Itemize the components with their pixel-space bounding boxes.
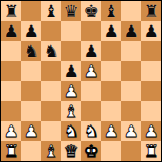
- piece-white-pawn: ♟: [3, 121, 18, 141]
- piece-black-bishop: ♝: [103, 1, 118, 21]
- piece-white-king: ♚: [83, 141, 98, 161]
- square-h3[interactable]: [141, 101, 161, 121]
- square-e1[interactable]: ♚: [81, 141, 101, 161]
- piece-white-pawn: ♟: [143, 121, 158, 141]
- piece-black-knight: ♞: [43, 41, 58, 61]
- piece-black-pawn: ♟: [103, 21, 118, 41]
- square-h2[interactable]: ♟: [141, 121, 161, 141]
- square-b3[interactable]: [21, 101, 41, 121]
- square-h6[interactable]: [141, 41, 161, 61]
- piece-black-pawn: ♟: [123, 21, 138, 41]
- square-c6[interactable]: ♞: [41, 41, 61, 61]
- square-b1[interactable]: [21, 141, 41, 161]
- square-f7[interactable]: ♟: [101, 21, 121, 41]
- square-a4[interactable]: [1, 81, 21, 101]
- piece-white-bishop: ♝: [63, 101, 78, 121]
- square-f6[interactable]: [101, 41, 121, 61]
- piece-white-pawn: ♟: [63, 81, 78, 101]
- square-g3[interactable]: [121, 101, 141, 121]
- square-d6[interactable]: [61, 41, 81, 61]
- square-b5[interactable]: [21, 61, 41, 81]
- square-f5[interactable]: [101, 61, 121, 81]
- piece-white-pawn: ♟: [83, 61, 98, 81]
- piece-black-pawn: ♟: [23, 21, 38, 41]
- square-f4[interactable]: [101, 81, 121, 101]
- square-b4[interactable]: [21, 81, 41, 101]
- square-c8[interactable]: ♝: [41, 1, 61, 21]
- piece-black-rook: ♜: [3, 1, 18, 21]
- square-c5[interactable]: [41, 61, 61, 81]
- square-a8[interactable]: ♜: [1, 1, 21, 21]
- square-h7[interactable]: ♟: [141, 21, 161, 41]
- square-e4[interactable]: [81, 81, 101, 101]
- square-a7[interactable]: ♟: [1, 21, 21, 41]
- square-c2[interactable]: [41, 121, 61, 141]
- square-b6[interactable]: ♞: [21, 41, 41, 61]
- square-f2[interactable]: ♟: [101, 121, 121, 141]
- square-a1[interactable]: ♜: [1, 141, 21, 161]
- square-d5[interactable]: ♟: [61, 61, 81, 81]
- square-g1[interactable]: [121, 141, 141, 161]
- square-d8[interactable]: ♛: [61, 1, 81, 21]
- square-e6[interactable]: ♟: [81, 41, 101, 61]
- square-e5[interactable]: ♟: [81, 61, 101, 81]
- square-f1[interactable]: [101, 141, 121, 161]
- square-e3[interactable]: [81, 101, 101, 121]
- piece-black-bishop: ♝: [43, 1, 58, 21]
- square-a2[interactable]: ♟: [1, 121, 21, 141]
- square-a6[interactable]: [1, 41, 21, 61]
- square-d7[interactable]: [61, 21, 81, 41]
- square-c1[interactable]: ♝: [41, 141, 61, 161]
- square-c3[interactable]: [41, 101, 61, 121]
- square-h8[interactable]: ♜: [141, 1, 161, 21]
- square-b7[interactable]: ♟: [21, 21, 41, 41]
- piece-white-knight: ♞: [63, 121, 78, 141]
- square-d1[interactable]: ♛: [61, 141, 81, 161]
- chess-board: ♜♝♛♚♝♜♟♟♟♟♟♞♞♟♟♟♟♝♟♟♞♞♟♟♟♜♝♛♚♜: [0, 0, 162, 162]
- piece-white-queen: ♛: [63, 141, 78, 161]
- square-h5[interactable]: [141, 61, 161, 81]
- piece-black-pawn: ♟: [83, 41, 98, 61]
- piece-black-rook: ♜: [143, 1, 158, 21]
- square-g6[interactable]: [121, 41, 141, 61]
- square-d3[interactable]: ♝: [61, 101, 81, 121]
- piece-black-pawn: ♟: [3, 21, 18, 41]
- square-f8[interactable]: ♝: [101, 1, 121, 21]
- square-d4[interactable]: ♟: [61, 81, 81, 101]
- piece-white-pawn: ♟: [103, 121, 118, 141]
- square-e7[interactable]: [81, 21, 101, 41]
- piece-white-pawn: ♟: [123, 121, 138, 141]
- square-g2[interactable]: ♟: [121, 121, 141, 141]
- square-g5[interactable]: [121, 61, 141, 81]
- square-d2[interactable]: ♞: [61, 121, 81, 141]
- square-a5[interactable]: [1, 61, 21, 81]
- piece-black-pawn: ♟: [63, 61, 78, 81]
- square-h4[interactable]: [141, 81, 161, 101]
- piece-black-pawn: ♟: [143, 21, 158, 41]
- piece-black-knight: ♞: [23, 41, 38, 61]
- square-c4[interactable]: [41, 81, 61, 101]
- square-b8[interactable]: [21, 1, 41, 21]
- piece-white-bishop: ♝: [43, 141, 58, 161]
- piece-white-pawn: ♟: [23, 121, 38, 141]
- square-b2[interactable]: ♟: [21, 121, 41, 141]
- square-g8[interactable]: [121, 1, 141, 21]
- piece-white-rook: ♜: [3, 141, 18, 161]
- square-g4[interactable]: [121, 81, 141, 101]
- square-h1[interactable]: ♜: [141, 141, 161, 161]
- square-e2[interactable]: ♞: [81, 121, 101, 141]
- square-f3[interactable]: [101, 101, 121, 121]
- piece-white-rook: ♜: [143, 141, 158, 161]
- piece-black-king: ♚: [83, 1, 98, 21]
- piece-white-knight: ♞: [83, 121, 98, 141]
- square-e8[interactable]: ♚: [81, 1, 101, 21]
- square-c7[interactable]: [41, 21, 61, 41]
- square-a3[interactable]: [1, 101, 21, 121]
- piece-black-queen: ♛: [63, 1, 78, 21]
- square-g7[interactable]: ♟: [121, 21, 141, 41]
